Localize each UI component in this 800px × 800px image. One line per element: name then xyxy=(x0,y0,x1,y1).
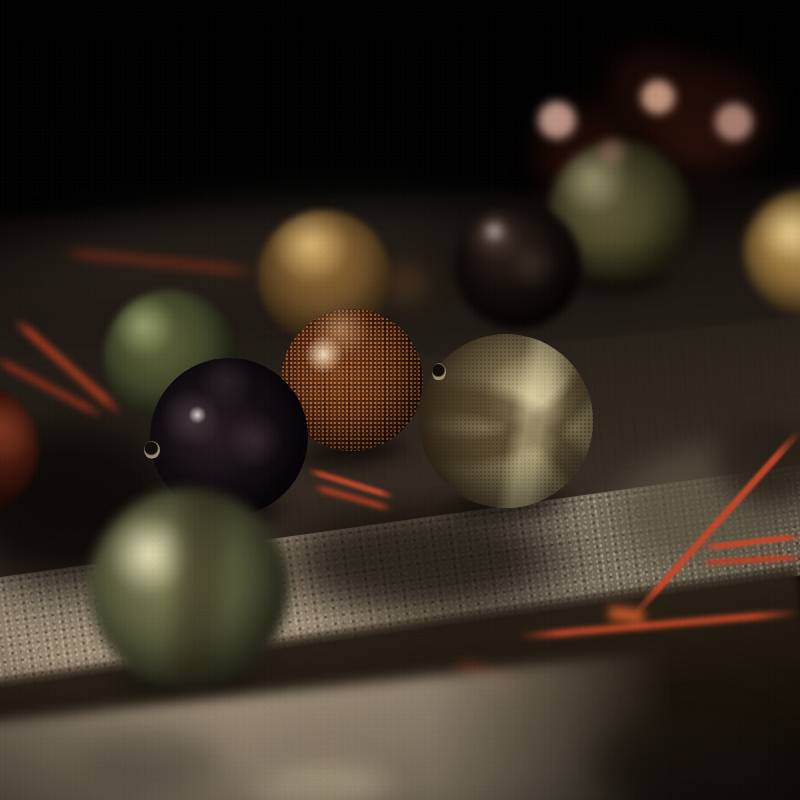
ebony-bead-mid xyxy=(455,203,581,329)
bokeh-highlight-4 xyxy=(598,138,626,166)
ebony-bead-front-stringing-hole xyxy=(144,441,160,459)
agarwood-main-bead-stringing-hole xyxy=(432,363,446,381)
bokeh-highlight-2 xyxy=(639,78,677,116)
agarwood-main-bead xyxy=(419,334,593,508)
bokeh-highlight-3 xyxy=(713,101,755,143)
foreground-green-bead-blur xyxy=(89,488,289,688)
fg-left-mid-patch xyxy=(60,720,240,800)
beads-photo-stage xyxy=(0,0,800,800)
bokeh-highlight-1 xyxy=(536,99,578,141)
